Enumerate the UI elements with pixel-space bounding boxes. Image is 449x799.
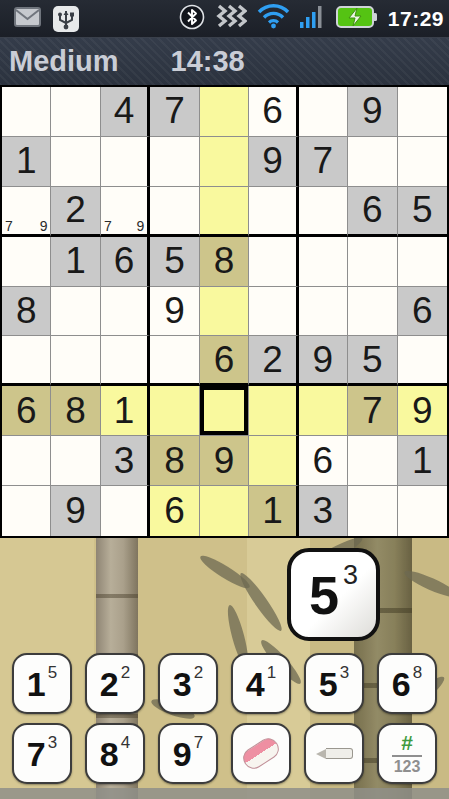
pencil-marks: 79: [102, 188, 146, 233]
digit-key-4[interactable]: 41: [231, 653, 291, 714]
cell-r4c9[interactable]: [398, 237, 447, 287]
input-mode-button[interactable]: #123: [377, 723, 437, 784]
key-count-badge: 4: [121, 734, 130, 751]
cell-r3c9[interactable]: 5: [398, 187, 447, 237]
game-header: Medium 14:38: [0, 38, 449, 85]
cell-r9c4[interactable]: 6: [150, 486, 199, 536]
eraser-button[interactable]: [231, 723, 291, 784]
cell-r2c2[interactable]: [51, 137, 100, 187]
game-timer: 14:38: [171, 45, 245, 78]
key-digit: 1: [27, 667, 46, 701]
phone-screen: 17:29 Medium 14:38 476919779279651658896…: [0, 0, 449, 799]
cell-r5c6[interactable]: [249, 287, 298, 337]
pencil-icon: [316, 748, 353, 759]
cell-r8c6[interactable]: [249, 436, 298, 486]
cell-r4c6[interactable]: [249, 237, 298, 287]
key-digit: 7: [27, 737, 46, 771]
cell-r6c9[interactable]: [398, 336, 447, 386]
cell-r6c6[interactable]: 2: [249, 336, 298, 386]
cell-r7c7[interactable]: [299, 386, 348, 436]
digit-key-9[interactable]: 97: [158, 723, 218, 784]
cell-r5c9[interactable]: 6: [398, 287, 447, 337]
cell-r1c6[interactable]: 6: [249, 87, 298, 137]
cell-r8c4[interactable]: 8: [150, 436, 199, 486]
cell-r3c5[interactable]: [200, 187, 249, 237]
popup-key-5[interactable]: 5 3: [287, 548, 380, 641]
bluetooth-icon: [179, 4, 205, 34]
cell-r4c1[interactable]: [2, 237, 51, 287]
cell-r2c9[interactable]: [398, 137, 447, 187]
cell-r1c1[interactable]: [2, 87, 51, 137]
digit-key-7[interactable]: 73: [12, 723, 72, 784]
cell-r4c8[interactable]: [348, 237, 397, 287]
cell-r9c8[interactable]: [348, 486, 397, 536]
mode-123-label: 123: [394, 759, 421, 775]
key-digit: 4: [246, 667, 265, 701]
keypad-row-1: 152232415368: [0, 653, 449, 714]
cell-r1c4[interactable]: 7: [150, 87, 199, 137]
digit-key-1[interactable]: 15: [12, 653, 72, 714]
cell-r5c8[interactable]: [348, 287, 397, 337]
cell-r6c7[interactable]: 9: [299, 336, 348, 386]
signal-icon: [300, 4, 326, 33]
cell-r6c4[interactable]: [150, 336, 199, 386]
cell-r6c1[interactable]: [2, 336, 51, 386]
status-bar: 17:29: [0, 0, 449, 38]
cell-r5c5[interactable]: [200, 287, 249, 337]
cell-r5c2[interactable]: [51, 287, 100, 337]
cell-r1c8[interactable]: 9: [348, 87, 397, 137]
difficulty-label: Medium: [9, 45, 119, 78]
cell-r8c8[interactable]: [348, 436, 397, 486]
cell-r2c3[interactable]: [101, 137, 150, 187]
cell-r6c2[interactable]: [51, 336, 100, 386]
cell-r7c3[interactable]: 1: [101, 386, 150, 436]
eraser-icon: [239, 734, 282, 772]
cell-r1c3[interactable]: 4: [101, 87, 150, 137]
cell-r4c4[interactable]: 5: [150, 237, 199, 287]
cell-r1c9[interactable]: [398, 87, 447, 137]
cell-r7c1[interactable]: 6: [2, 386, 51, 436]
mail-icon: [14, 7, 41, 31]
popup-key-count-badge: 3: [343, 562, 358, 589]
keypad-row-2: 738497#123: [0, 723, 449, 784]
cell-r1c7[interactable]: [299, 87, 348, 137]
cell-r1c5[interactable]: [200, 87, 249, 137]
key-digit: 5: [319, 667, 338, 701]
key-digit: 3: [173, 667, 192, 701]
key-digit: 9: [173, 737, 192, 771]
cell-r9c7[interactable]: 3: [299, 486, 348, 536]
cell-r2c1[interactable]: 1: [2, 137, 51, 187]
cell-r8c1[interactable]: [2, 436, 51, 486]
cell-r5c1[interactable]: 8: [2, 287, 51, 337]
key-count-badge: 3: [48, 734, 57, 751]
cell-r3c4[interactable]: [150, 187, 199, 237]
digit-key-5[interactable]: 53: [304, 653, 364, 714]
key-count-badge: 2: [194, 664, 203, 681]
popup-key-digit: 5: [309, 568, 339, 622]
pencil-button[interactable]: [304, 723, 364, 784]
cell-r7c9[interactable]: 9: [398, 386, 447, 436]
cell-r9c5[interactable]: [200, 486, 249, 536]
cell-r6c3[interactable]: [101, 336, 150, 386]
cell-r3c2[interactable]: 2: [51, 187, 100, 237]
key-digit: 8: [100, 737, 119, 771]
cell-r4c5[interactable]: 8: [200, 237, 249, 287]
cell-r6c8[interactable]: 5: [348, 336, 397, 386]
digit-key-6[interactable]: 68: [377, 653, 437, 714]
cell-r1c2[interactable]: [51, 87, 100, 137]
battery-charging-icon: [336, 5, 378, 33]
sudoku-board: 476919779279651658896629568179389619613: [0, 85, 449, 538]
cell-r6c5[interactable]: 6: [200, 336, 249, 386]
cell-r3c3[interactable]: 79: [101, 187, 150, 237]
cell-r5c4[interactable]: 9: [150, 287, 199, 337]
cell-r8c3[interactable]: 3: [101, 436, 150, 486]
key-count-badge: 2: [121, 664, 130, 681]
key-count-badge: 3: [340, 664, 349, 681]
cell-r9c3[interactable]: [101, 486, 150, 536]
digit-key-2[interactable]: 22: [85, 653, 145, 714]
cell-r7c5[interactable]: [200, 386, 249, 436]
cell-r4c7[interactable]: [299, 237, 348, 287]
cell-r2c5[interactable]: [200, 137, 249, 187]
digit-key-3[interactable]: 32: [158, 653, 218, 714]
status-icons-right: 17:29: [179, 4, 449, 34]
cell-r5c7[interactable]: [299, 287, 348, 337]
cell-r8c7[interactable]: 6: [299, 436, 348, 486]
clock-time: 17:29: [388, 7, 444, 31]
mode-divider: [392, 755, 422, 757]
cell-r2c4[interactable]: [150, 137, 199, 187]
cell-r2c8[interactable]: [348, 137, 397, 187]
key-count-badge: 8: [413, 664, 422, 681]
cell-r7c8[interactable]: 7: [348, 386, 397, 436]
cell-r2c7[interactable]: 7: [299, 137, 348, 187]
key-count-badge: 5: [48, 664, 57, 681]
cell-r4c2[interactable]: 1: [51, 237, 100, 287]
input-tray: 152232415368 738497#123: [0, 538, 449, 799]
cell-r8c5[interactable]: 9: [200, 436, 249, 486]
cell-r2c6[interactable]: 9: [249, 137, 298, 187]
cell-r7c6[interactable]: [249, 386, 298, 436]
usb-icon: [53, 6, 79, 32]
cell-r9c6[interactable]: 1: [249, 486, 298, 536]
cell-r5c3[interactable]: [101, 287, 150, 337]
key-count-badge: 7: [194, 734, 203, 751]
pencil-tip: [316, 749, 326, 759]
ground-strip: [0, 788, 449, 799]
cell-r3c6[interactable]: [249, 187, 298, 237]
cell-r3c7[interactable]: [299, 187, 348, 237]
vibrate-icon: [215, 4, 247, 34]
cell-r7c4[interactable]: [150, 386, 199, 436]
key-count-badge: 1: [267, 664, 276, 681]
pencil-body: [326, 748, 353, 759]
cell-r9c9[interactable]: [398, 486, 447, 536]
cell-r3c1[interactable]: 79: [2, 187, 51, 237]
cell-r4c3[interactable]: 6: [101, 237, 150, 287]
pencil-marks: 79: [3, 188, 49, 233]
cell-r9c2[interactable]: 9: [51, 486, 100, 536]
cell-r9c1[interactable]: [2, 486, 51, 536]
key-digit: 2: [100, 667, 119, 701]
digit-key-8[interactable]: 84: [85, 723, 145, 784]
wifi-icon: [257, 4, 290, 33]
key-digit: 6: [392, 667, 411, 701]
cell-r3c8[interactable]: 6: [348, 187, 397, 237]
bamboo-leaf: [236, 570, 286, 634]
cell-r8c9[interactable]: 1: [398, 436, 447, 486]
cell-r8c2[interactable]: [51, 436, 100, 486]
cell-r7c2[interactable]: 8: [51, 386, 100, 436]
hash-icon: #: [401, 732, 413, 753]
status-icons-left: [0, 6, 79, 32]
